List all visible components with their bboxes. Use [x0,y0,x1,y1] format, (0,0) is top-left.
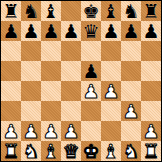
square-b3[interactable] [21,101,41,121]
square-d5[interactable] [61,61,81,81]
square-g5[interactable] [121,61,141,81]
square-h6[interactable] [141,41,161,61]
square-f4[interactable]: ♟ [101,81,121,101]
chess-board: ♜♞♝♚♝♞♜♟♟♟♟♛♟♟♟♟♟♟♟♟♟♟♟♟♜♞♝♛♚♝♞♜ [1,1,161,161]
black-pawn-icon[interactable]: ♟ [62,21,79,41]
black-bishop-icon[interactable]: ♝ [42,1,59,21]
black-bishop-icon[interactable]: ♝ [102,1,119,21]
white-pawn-icon[interactable]: ♟ [102,81,119,101]
square-f6[interactable] [101,41,121,61]
chess-board-frame: ♜♞♝♚♝♞♜♟♟♟♟♛♟♟♟♟♟♟♟♟♟♟♟♟♜♞♝♛♚♝♞♜ [0,0,162,162]
black-pawn-icon[interactable]: ♟ [102,21,119,41]
square-e6[interactable] [81,41,101,61]
square-d4[interactable] [61,81,81,101]
black-knight-icon[interactable]: ♞ [22,1,39,21]
white-pawn-icon[interactable]: ♟ [42,121,59,141]
square-c1[interactable]: ♝ [41,141,61,161]
black-knight-icon[interactable]: ♞ [122,1,139,21]
square-e4[interactable]: ♟ [81,81,101,101]
square-c5[interactable] [41,61,61,81]
square-g1[interactable]: ♞ [121,141,141,161]
square-g3[interactable]: ♟ [121,101,141,121]
square-f8[interactable]: ♝ [101,1,121,21]
square-a2[interactable]: ♟ [1,121,21,141]
square-c8[interactable]: ♝ [41,1,61,21]
square-e3[interactable] [81,101,101,121]
square-b4[interactable] [21,81,41,101]
square-a3[interactable] [1,101,21,121]
black-pawn-icon[interactable]: ♟ [142,21,159,41]
square-f7[interactable]: ♟ [101,21,121,41]
black-queen-icon[interactable]: ♛ [82,21,99,41]
square-b6[interactable] [21,41,41,61]
square-h3[interactable] [141,101,161,121]
square-h5[interactable] [141,61,161,81]
black-king-icon[interactable]: ♚ [82,1,99,21]
black-pawn-icon[interactable]: ♟ [122,21,139,41]
square-b2[interactable]: ♟ [21,121,41,141]
black-rook-icon[interactable]: ♜ [2,1,19,21]
square-f1[interactable]: ♝ [101,141,121,161]
square-c3[interactable] [41,101,61,121]
square-a8[interactable]: ♜ [1,1,21,21]
black-pawn-icon[interactable]: ♟ [2,21,19,41]
square-f5[interactable] [101,61,121,81]
square-a7[interactable]: ♟ [1,21,21,41]
white-pawn-icon[interactable]: ♟ [142,121,159,141]
square-c4[interactable] [41,81,61,101]
square-e5[interactable]: ♟ [81,61,101,81]
square-g2[interactable] [121,121,141,141]
square-c6[interactable] [41,41,61,61]
white-knight-icon[interactable]: ♞ [122,141,139,161]
square-d3[interactable] [61,101,81,121]
square-b7[interactable]: ♟ [21,21,41,41]
square-h7[interactable]: ♟ [141,21,161,41]
black-pawn-icon[interactable]: ♟ [22,21,39,41]
square-e8[interactable]: ♚ [81,1,101,21]
square-h4[interactable] [141,81,161,101]
square-d1[interactable]: ♛ [61,141,81,161]
square-e1[interactable]: ♚ [81,141,101,161]
square-b5[interactable] [21,61,41,81]
square-g8[interactable]: ♞ [121,1,141,21]
square-d6[interactable] [61,41,81,61]
square-h2[interactable]: ♟ [141,121,161,141]
white-pawn-icon[interactable]: ♟ [22,121,39,141]
square-c2[interactable]: ♟ [41,121,61,141]
square-d2[interactable]: ♟ [61,121,81,141]
white-pawn-icon[interactable]: ♟ [62,121,79,141]
white-knight-icon[interactable]: ♞ [22,141,39,161]
square-g7[interactable]: ♟ [121,21,141,41]
square-e7[interactable]: ♛ [81,21,101,41]
square-a5[interactable] [1,61,21,81]
white-king-icon[interactable]: ♚ [82,141,99,161]
black-rook-icon[interactable]: ♜ [142,1,159,21]
white-pawn-icon[interactable]: ♟ [2,121,19,141]
white-rook-icon[interactable]: ♜ [2,141,19,161]
white-queen-icon[interactable]: ♛ [62,141,79,161]
square-f2[interactable] [101,121,121,141]
square-d7[interactable]: ♟ [61,21,81,41]
black-pawn-icon[interactable]: ♟ [82,61,99,81]
square-a6[interactable] [1,41,21,61]
white-pawn-icon[interactable]: ♟ [122,101,139,121]
square-a4[interactable] [1,81,21,101]
square-h1[interactable]: ♜ [141,141,161,161]
square-b8[interactable]: ♞ [21,1,41,21]
square-d8[interactable] [61,1,81,21]
white-bishop-icon[interactable]: ♝ [42,141,59,161]
white-bishop-icon[interactable]: ♝ [102,141,119,161]
square-c7[interactable]: ♟ [41,21,61,41]
square-e2[interactable] [81,121,101,141]
square-g4[interactable] [121,81,141,101]
square-h8[interactable]: ♜ [141,1,161,21]
white-rook-icon[interactable]: ♜ [142,141,159,161]
square-b1[interactable]: ♞ [21,141,41,161]
square-g6[interactable] [121,41,141,61]
black-pawn-icon[interactable]: ♟ [42,21,59,41]
white-pawn-icon[interactable]: ♟ [82,81,99,101]
square-a1[interactable]: ♜ [1,141,21,161]
square-f3[interactable] [101,101,121,121]
